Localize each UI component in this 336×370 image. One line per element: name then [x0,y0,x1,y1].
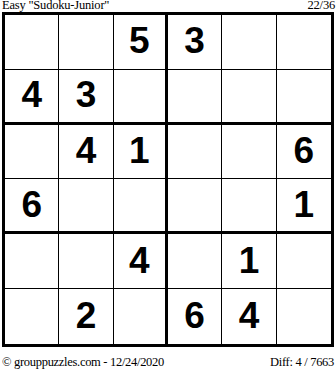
copyright-text: © grouppuzzles.com - 12/24/2020 [2,355,164,369]
cell-r5c2[interactable] [59,234,113,289]
cell-r3c2[interactable]: 4 [59,125,113,180]
difficulty-text: Diff: 4 / 7663 [270,355,334,369]
cell-r4c1[interactable]: 6 [5,179,59,234]
cell-r1c2[interactable] [59,15,113,70]
cell-r2c1[interactable]: 4 [5,70,59,125]
puzzle-title: Easy "Sudoku-Junior" [2,0,109,12]
cell-r6c6[interactable] [277,289,331,344]
page-header: Easy "Sudoku-Junior" 22/36 [2,0,335,12]
progress-counter: 22/36 [308,0,335,12]
cell-r6c3[interactable] [114,289,168,344]
cell-r4c6[interactable]: 1 [277,179,331,234]
cell-r6c2[interactable]: 2 [59,289,113,344]
cell-r3c5[interactable] [222,125,276,180]
cell-r3c6[interactable]: 6 [277,125,331,180]
cell-r1c1[interactable] [5,15,59,70]
cell-r3c3[interactable]: 1 [114,125,168,180]
cell-r4c3[interactable] [114,179,168,234]
cell-r6c5[interactable]: 4 [222,289,276,344]
cell-r5c1[interactable] [5,234,59,289]
cell-r6c1[interactable] [5,289,59,344]
page-footer: © grouppuzzles.com - 12/24/2020 Diff: 4 … [2,355,334,369]
cell-r5c4[interactable] [168,234,222,289]
cell-r2c4[interactable] [168,70,222,125]
cell-r1c3[interactable]: 5 [114,15,168,70]
cell-r6c4[interactable]: 6 [168,289,222,344]
cell-r4c2[interactable] [59,179,113,234]
cell-r2c2[interactable]: 3 [59,70,113,125]
cell-r4c4[interactable] [168,179,222,234]
cell-r2c3[interactable] [114,70,168,125]
cell-r5c5[interactable]: 1 [222,234,276,289]
cell-r5c6[interactable] [277,234,331,289]
sudoku-grid: 53434166141264 [2,12,334,347]
cell-r4c5[interactable] [222,179,276,234]
cell-r1c4[interactable]: 3 [168,15,222,70]
cell-r1c5[interactable] [222,15,276,70]
cell-r3c1[interactable] [5,125,59,180]
cell-r1c6[interactable] [277,15,331,70]
cell-r3c4[interactable] [168,125,222,180]
cell-r5c3[interactable]: 4 [114,234,168,289]
cell-r2c5[interactable] [222,70,276,125]
cell-r2c6[interactable] [277,70,331,125]
